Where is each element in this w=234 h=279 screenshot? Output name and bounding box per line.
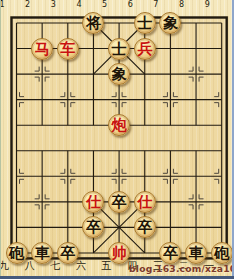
piece-glyph: 象 <box>112 64 127 84</box>
piece-glyph: 仕 <box>86 191 101 211</box>
file-label-top-7: 7 <box>151 0 161 9</box>
file-label-bottom-4: 六 <box>74 260 87 271</box>
piece-black-soldier[interactable]: 卒 <box>134 216 156 238</box>
piece-red-horse[interactable]: 马 <box>31 38 53 60</box>
image-edge-artifact-left <box>0 0 1 279</box>
piece-glyph: 帅 <box>112 242 127 262</box>
file-label-top-9: 9 <box>202 0 212 9</box>
piece-glyph: 卒 <box>112 191 127 211</box>
piece-red-advisor[interactable]: 仕 <box>134 191 156 213</box>
piece-glyph: 卒 <box>163 242 178 262</box>
piece-glyph: 卒 <box>137 217 152 237</box>
piece-black-advisor[interactable]: 士 <box>108 38 130 60</box>
piece-glyph: 仕 <box>137 191 152 211</box>
piece-black-chariot[interactable]: 車 <box>31 242 53 264</box>
piece-glyph: 将 <box>86 13 101 33</box>
xiangqi-board-diagram: 123456789 九八七六五四三二一 将士象马车士兵象炮仕卒仕卒卒砲車卒帅卒車… <box>0 0 234 279</box>
piece-black-chariot[interactable]: 車 <box>185 242 207 264</box>
piece-red-chariot[interactable]: 车 <box>57 38 79 60</box>
piece-glyph: 車 <box>189 242 204 262</box>
piece-black-soldier[interactable]: 卒 <box>108 191 130 213</box>
piece-glyph: 马 <box>35 38 50 58</box>
file-label-top-8: 8 <box>177 0 187 9</box>
piece-glyph: 士 <box>137 13 152 33</box>
piece-red-soldier[interactable]: 兵 <box>134 38 156 60</box>
piece-glyph: 炮 <box>112 115 127 135</box>
piece-glyph: 卒 <box>60 242 75 262</box>
piece-black-cannon[interactable]: 砲 <box>6 242 28 264</box>
piece-glyph: 士 <box>112 38 127 58</box>
piece-black-cannon[interactable]: 砲 <box>211 242 233 264</box>
file-label-top-3: 3 <box>48 0 58 9</box>
watermark-text: blog.163.com/xza100@126 <box>129 263 234 274</box>
piece-glyph: 兵 <box>137 38 152 58</box>
piece-glyph: 象 <box>163 13 178 33</box>
piece-glyph: 车 <box>60 38 75 58</box>
piece-black-advisor[interactable]: 士 <box>134 12 156 34</box>
piece-glyph: 卒 <box>86 217 101 237</box>
image-edge-artifact-right <box>232 0 234 279</box>
piece-black-soldier[interactable]: 卒 <box>57 242 79 264</box>
file-label-top-4: 4 <box>74 0 84 9</box>
piece-glyph: 車 <box>35 242 50 262</box>
file-label-top-2: 2 <box>23 0 33 9</box>
file-label-top-6: 6 <box>125 0 135 9</box>
piece-glyph: 砲 <box>9 242 24 262</box>
piece-red-general[interactable]: 帅 <box>108 242 130 264</box>
file-label-top-1: 1 <box>0 0 7 9</box>
piece-glyph: 砲 <box>214 242 229 262</box>
file-label-top-5: 5 <box>100 0 110 9</box>
